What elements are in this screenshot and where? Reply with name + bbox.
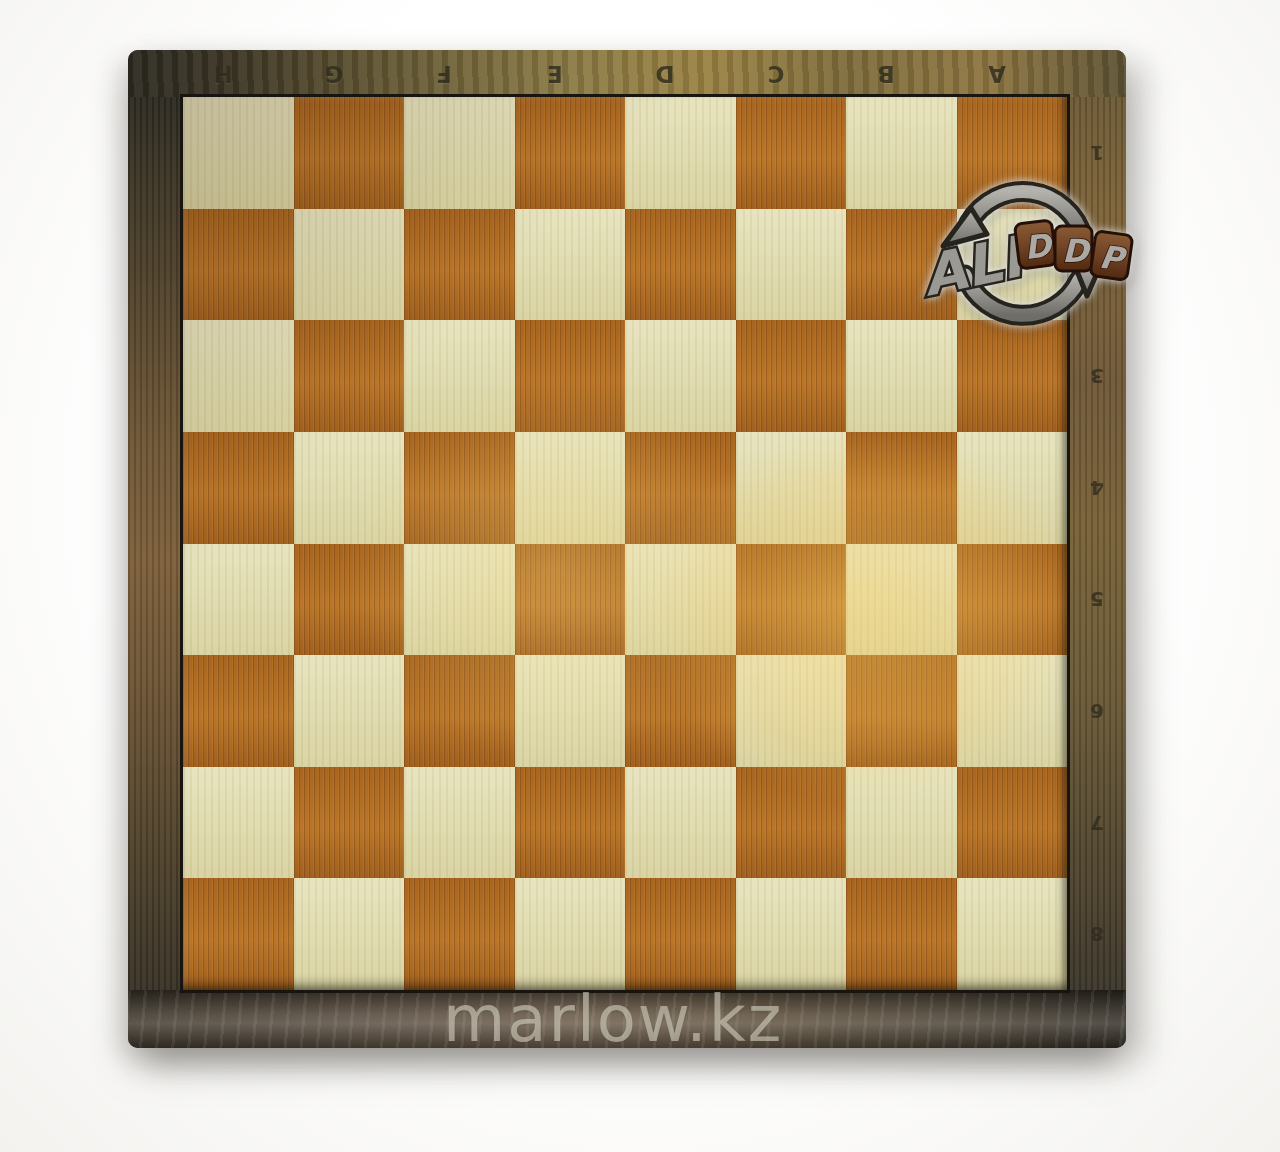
file-label-g: G: [324, 61, 343, 87]
file-label-h: H: [214, 61, 233, 87]
square-d2: [625, 209, 736, 321]
rank-label-8: 8: [1090, 922, 1104, 946]
square-e2: [515, 209, 626, 321]
square-c6: [736, 655, 847, 767]
square-f4: [404, 432, 515, 544]
logo-ddp-blocks: DDP: [1014, 220, 1132, 281]
square-e6: [515, 655, 626, 767]
square-h3: [183, 320, 294, 432]
square-e3: [515, 320, 626, 432]
square-f1: [404, 97, 515, 209]
square-f5: [404, 544, 515, 656]
aliddp-logo-watermark: ALI DDP: [905, 166, 1155, 344]
square-h4: [183, 432, 294, 544]
board-frame-left: [128, 97, 183, 990]
rank-label-1: 1: [1090, 141, 1104, 165]
site-watermark: marlow.kz: [443, 982, 783, 1056]
board-frame-top: HGFEDCBA: [128, 50, 1126, 97]
square-e5: [515, 544, 626, 656]
logo-block-p-2: P: [1090, 231, 1133, 281]
square-g1: [294, 97, 405, 209]
file-label-a: A: [988, 61, 1006, 87]
square-h1: [183, 97, 294, 209]
square-d6: [625, 655, 736, 767]
square-a4: [957, 432, 1068, 544]
square-f6: [404, 655, 515, 767]
square-g5: [294, 544, 405, 656]
square-c3: [736, 320, 847, 432]
square-b5: [846, 544, 957, 656]
square-c8: [736, 878, 847, 990]
square-a8: [957, 878, 1068, 990]
rank-label-3: 3: [1090, 364, 1104, 388]
file-label-f: F: [436, 61, 452, 87]
square-e8: [515, 878, 626, 990]
square-e7: [515, 767, 626, 879]
square-b8: [846, 878, 957, 990]
square-e4: [515, 432, 626, 544]
logo-block-d-0: D: [1014, 220, 1056, 269]
square-g7: [294, 767, 405, 879]
square-f2: [404, 209, 515, 321]
square-a5: [957, 544, 1068, 656]
square-d8: [625, 878, 736, 990]
file-label-b: B: [877, 61, 895, 87]
square-d5: [625, 544, 736, 656]
square-c4: [736, 432, 847, 544]
file-label-d: D: [656, 61, 675, 87]
svg-text:D: D: [1062, 232, 1091, 270]
square-g6: [294, 655, 405, 767]
square-c5: [736, 544, 847, 656]
square-d7: [625, 767, 736, 879]
square-h8: [183, 878, 294, 990]
rank-label-6: 6: [1090, 699, 1104, 723]
square-f3: [404, 320, 515, 432]
square-h7: [183, 767, 294, 879]
square-g3: [294, 320, 405, 432]
square-b7: [846, 767, 957, 879]
square-c1: [736, 97, 847, 209]
square-d3: [625, 320, 736, 432]
rank-label-7: 7: [1090, 811, 1104, 835]
square-b4: [846, 432, 957, 544]
square-e1: [515, 97, 626, 209]
square-a6: [957, 655, 1068, 767]
square-d4: [625, 432, 736, 544]
square-f7: [404, 767, 515, 879]
product-photo-scene: HGFEDCBA 12345678: [0, 0, 1280, 1152]
square-g4: [294, 432, 405, 544]
square-g8: [294, 878, 405, 990]
rank-label-5: 5: [1090, 587, 1104, 611]
file-label-c: C: [767, 61, 784, 87]
square-b6: [846, 655, 957, 767]
square-c2: [736, 209, 847, 321]
rank-label-4: 4: [1090, 476, 1104, 500]
square-d1: [625, 97, 736, 209]
square-h2: [183, 209, 294, 321]
square-h5: [183, 544, 294, 656]
file-label-e: E: [547, 61, 563, 87]
square-g2: [294, 209, 405, 321]
square-h6: [183, 655, 294, 767]
square-c7: [736, 767, 847, 879]
square-f8: [404, 878, 515, 990]
square-a7: [957, 767, 1068, 879]
logo-block-d-1: D: [1055, 226, 1092, 271]
